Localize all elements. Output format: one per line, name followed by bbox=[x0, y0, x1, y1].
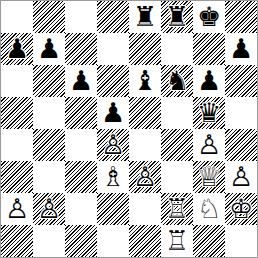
piece-black-pawn: ♟ bbox=[197, 65, 221, 97]
piece-black-knight: ♞ bbox=[165, 65, 189, 97]
square-d7[interactable] bbox=[97, 33, 129, 65]
square-a5[interactable] bbox=[1, 97, 33, 129]
piece-white-knight: ♘ bbox=[197, 193, 221, 225]
square-c1[interactable] bbox=[65, 225, 97, 257]
square-b4[interactable] bbox=[33, 129, 65, 161]
square-a8[interactable] bbox=[1, 1, 33, 33]
square-b1[interactable] bbox=[33, 225, 65, 257]
square-a1[interactable] bbox=[1, 225, 33, 257]
square-g1[interactable] bbox=[193, 225, 225, 257]
square-f6[interactable]: ♞ bbox=[161, 65, 193, 97]
square-g3[interactable]: ♕ bbox=[193, 161, 225, 193]
square-g7[interactable] bbox=[193, 33, 225, 65]
square-c4[interactable] bbox=[65, 129, 97, 161]
square-e1[interactable] bbox=[129, 225, 161, 257]
square-g2[interactable]: ♘ bbox=[193, 193, 225, 225]
square-b2[interactable]: ♙ bbox=[33, 193, 65, 225]
square-d8[interactable] bbox=[97, 1, 129, 33]
square-a2[interactable]: ♙ bbox=[1, 193, 33, 225]
square-b6[interactable] bbox=[33, 65, 65, 97]
piece-white-rook: ♖ bbox=[165, 193, 189, 225]
piece-black-rook: ♜ bbox=[133, 1, 157, 33]
piece-white-pawn: ♙ bbox=[37, 193, 61, 225]
square-f1[interactable]: ♖ bbox=[161, 225, 193, 257]
piece-black-pawn: ♟ bbox=[229, 33, 253, 65]
square-h1[interactable] bbox=[225, 225, 257, 257]
square-e4[interactable] bbox=[129, 129, 161, 161]
square-a3[interactable] bbox=[1, 161, 33, 193]
square-c5[interactable] bbox=[65, 97, 97, 129]
square-c3[interactable] bbox=[65, 161, 97, 193]
square-c7[interactable] bbox=[65, 33, 97, 65]
square-h3[interactable]: ♙ bbox=[225, 161, 257, 193]
square-c2[interactable] bbox=[65, 193, 97, 225]
square-a7[interactable]: ♟ bbox=[1, 33, 33, 65]
square-h2[interactable]: ♔ bbox=[225, 193, 257, 225]
piece-black-bishop: ♝ bbox=[133, 65, 157, 97]
square-d2[interactable] bbox=[97, 193, 129, 225]
piece-black-king: ♚ bbox=[197, 1, 221, 33]
square-f3[interactable] bbox=[161, 161, 193, 193]
square-d6[interactable] bbox=[97, 65, 129, 97]
square-d5[interactable]: ♟ bbox=[97, 97, 129, 129]
square-f2[interactable]: ♖ bbox=[161, 193, 193, 225]
square-h5[interactable] bbox=[225, 97, 257, 129]
square-h6[interactable] bbox=[225, 65, 257, 97]
square-f8[interactable]: ♜ bbox=[161, 1, 193, 33]
square-h7[interactable]: ♟ bbox=[225, 33, 257, 65]
square-b5[interactable] bbox=[33, 97, 65, 129]
square-b7[interactable]: ♟ bbox=[33, 33, 65, 65]
piece-white-pawn: ♙ bbox=[133, 161, 157, 193]
square-d1[interactable] bbox=[97, 225, 129, 257]
piece-white-pawn: ♙ bbox=[5, 193, 29, 225]
chess-board-frame: ♜♜♚♟♟♟♟♝♞♟♟♛♙♙♗♙♕♙♙♙♖♘♔♖ bbox=[0, 0, 258, 258]
square-b3[interactable] bbox=[33, 161, 65, 193]
square-c6[interactable]: ♟ bbox=[65, 65, 97, 97]
piece-white-king: ♔ bbox=[229, 193, 253, 225]
square-h8[interactable] bbox=[225, 1, 257, 33]
square-f4[interactable] bbox=[161, 129, 193, 161]
piece-white-pawn: ♙ bbox=[101, 129, 125, 161]
piece-black-pawn: ♟ bbox=[5, 33, 29, 65]
square-e2[interactable] bbox=[129, 193, 161, 225]
piece-white-rook: ♖ bbox=[165, 225, 189, 257]
piece-black-rook: ♜ bbox=[165, 1, 189, 33]
square-a4[interactable] bbox=[1, 129, 33, 161]
piece-black-pawn: ♟ bbox=[69, 65, 93, 97]
chess-board: ♜♜♚♟♟♟♟♝♞♟♟♛♙♙♗♙♕♙♙♙♖♘♔♖ bbox=[1, 1, 257, 257]
square-g4[interactable]: ♙ bbox=[193, 129, 225, 161]
square-e6[interactable]: ♝ bbox=[129, 65, 161, 97]
square-e7[interactable] bbox=[129, 33, 161, 65]
square-h4[interactable] bbox=[225, 129, 257, 161]
piece-black-pawn: ♟ bbox=[37, 33, 61, 65]
square-g6[interactable]: ♟ bbox=[193, 65, 225, 97]
piece-white-bishop: ♗ bbox=[101, 161, 125, 193]
square-f5[interactable] bbox=[161, 97, 193, 129]
square-e3[interactable]: ♙ bbox=[129, 161, 161, 193]
square-g5[interactable]: ♛ bbox=[193, 97, 225, 129]
piece-black-queen: ♛ bbox=[197, 97, 221, 129]
square-e5[interactable] bbox=[129, 97, 161, 129]
piece-white-pawn: ♙ bbox=[197, 129, 221, 161]
piece-white-queen: ♕ bbox=[197, 161, 221, 193]
piece-white-pawn: ♙ bbox=[229, 161, 253, 193]
piece-black-pawn: ♟ bbox=[101, 97, 125, 129]
square-f7[interactable] bbox=[161, 33, 193, 65]
square-b8[interactable] bbox=[33, 1, 65, 33]
square-d3[interactable]: ♗ bbox=[97, 161, 129, 193]
square-c8[interactable] bbox=[65, 1, 97, 33]
square-e8[interactable]: ♜ bbox=[129, 1, 161, 33]
square-g8[interactable]: ♚ bbox=[193, 1, 225, 33]
square-d4[interactable]: ♙ bbox=[97, 129, 129, 161]
square-a6[interactable] bbox=[1, 65, 33, 97]
